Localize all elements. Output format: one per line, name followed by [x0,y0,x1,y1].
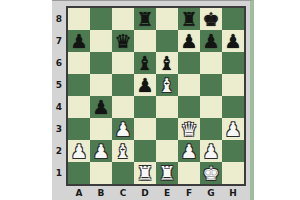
white-pawn-icon: ♟ [202,140,219,162]
square-c1[interactable] [112,162,134,184]
square-c4[interactable] [112,96,134,118]
square-f8[interactable]: ♜ [178,8,200,30]
square-a3[interactable] [68,118,90,140]
black-rook-icon: ♜ [136,8,153,30]
file-label-f: F [178,186,200,199]
square-b6[interactable] [90,52,112,74]
square-a7[interactable]: ♟ [68,30,90,52]
square-e5[interactable]: ♝ [156,74,178,96]
square-d7[interactable] [134,30,156,52]
white-pawn-icon: ♟ [114,118,131,140]
black-pawn-icon: ♟ [180,30,197,52]
square-b5[interactable] [90,74,112,96]
square-a6[interactable] [68,52,90,74]
square-h3[interactable]: ♟ [222,118,244,140]
square-c7[interactable]: ♛ [112,30,134,52]
black-bishop-icon: ♝ [158,52,175,74]
black-pawn-icon: ♟ [136,74,153,96]
white-bishop-icon: ♝ [158,74,175,96]
file-label-a: A [68,186,90,199]
black-pawn-icon: ♟ [224,30,241,52]
square-h5[interactable] [222,74,244,96]
chess-diagram: 87654321 ♜♜♚♟♛♟♟♟♝♝♟♝♟♟♛♟♟♟♝♟♟♜♜♚ ABCDEF… [0,0,300,200]
square-e1[interactable]: ♜ [156,162,178,184]
square-g8[interactable]: ♚ [200,8,222,30]
rank-label-8: 8 [52,8,65,30]
square-e2[interactable] [156,140,178,162]
file-label-d: D [134,186,156,199]
square-a2[interactable]: ♟ [68,140,90,162]
rank-label-4: 4 [52,96,65,118]
square-g6[interactable] [200,52,222,74]
square-e4[interactable] [156,96,178,118]
file-label-h: H [222,186,244,199]
square-b8[interactable] [90,8,112,30]
square-e8[interactable] [156,8,178,30]
square-g5[interactable] [200,74,222,96]
square-c6[interactable] [112,52,134,74]
square-c3[interactable]: ♟ [112,118,134,140]
square-d8[interactable]: ♜ [134,8,156,30]
square-h4[interactable] [222,96,244,118]
square-a8[interactable] [68,8,90,30]
file-label-e: E [156,186,178,199]
file-labels: ABCDEFGH [68,186,244,199]
square-d3[interactable] [134,118,156,140]
square-a1[interactable] [68,162,90,184]
black-bishop-icon: ♝ [136,52,153,74]
square-b1[interactable] [90,162,112,184]
square-d1[interactable]: ♜ [134,162,156,184]
black-queen-icon: ♛ [114,30,131,52]
square-d4[interactable] [134,96,156,118]
file-label-c: C [112,186,134,199]
white-queen-icon: ♛ [180,118,197,140]
square-h7[interactable]: ♟ [222,30,244,52]
rank-label-1: 1 [52,162,65,184]
black-pawn-icon: ♟ [70,30,87,52]
square-d2[interactable] [134,140,156,162]
square-d6[interactable]: ♝ [134,52,156,74]
square-f4[interactable] [178,96,200,118]
rank-label-5: 5 [52,74,65,96]
white-king-icon: ♚ [202,162,219,184]
square-e7[interactable] [156,30,178,52]
square-g1[interactable]: ♚ [200,162,222,184]
square-a5[interactable] [68,74,90,96]
white-bishop-icon: ♝ [114,140,131,162]
square-c2[interactable]: ♝ [112,140,134,162]
rank-label-2: 2 [52,140,65,162]
square-g2[interactable]: ♟ [200,140,222,162]
rank-labels: 87654321 [52,8,65,184]
square-a4[interactable] [68,96,90,118]
white-pawn-icon: ♟ [70,140,87,162]
square-h8[interactable] [222,8,244,30]
square-c5[interactable] [112,74,134,96]
black-pawn-icon: ♟ [92,96,109,118]
black-pawn-icon: ♟ [202,30,219,52]
square-h2[interactable] [222,140,244,162]
square-e6[interactable]: ♝ [156,52,178,74]
square-f2[interactable]: ♟ [178,140,200,162]
white-pawn-icon: ♟ [224,118,241,140]
square-f6[interactable] [178,52,200,74]
rank-label-7: 7 [52,30,65,52]
chess-board[interactable]: ♜♜♚♟♛♟♟♟♝♝♟♝♟♟♛♟♟♟♝♟♟♜♜♚ [66,6,246,186]
square-b3[interactable] [90,118,112,140]
rank-label-6: 6 [52,52,65,74]
white-rook-icon: ♜ [136,162,153,184]
black-king-icon: ♚ [202,8,219,30]
square-g7[interactable]: ♟ [200,30,222,52]
square-b7[interactable] [90,30,112,52]
square-g3[interactable] [200,118,222,140]
square-d5[interactable]: ♟ [134,74,156,96]
square-h1[interactable] [222,162,244,184]
square-h6[interactable] [222,52,244,74]
square-f5[interactable] [178,74,200,96]
file-label-g: G [200,186,222,199]
square-f3[interactable]: ♛ [178,118,200,140]
square-g4[interactable] [200,96,222,118]
square-f1[interactable] [178,162,200,184]
white-pawn-icon: ♟ [180,140,197,162]
rank-label-3: 3 [52,118,65,140]
square-e3[interactable] [156,118,178,140]
file-label-b: B [90,186,112,199]
square-c8[interactable] [112,8,134,30]
white-pawn-icon: ♟ [92,140,109,162]
black-rook-icon: ♜ [180,8,197,30]
square-b2[interactable]: ♟ [90,140,112,162]
square-b4[interactable]: ♟ [90,96,112,118]
square-f7[interactable]: ♟ [178,30,200,52]
white-rook-icon: ♜ [158,162,175,184]
